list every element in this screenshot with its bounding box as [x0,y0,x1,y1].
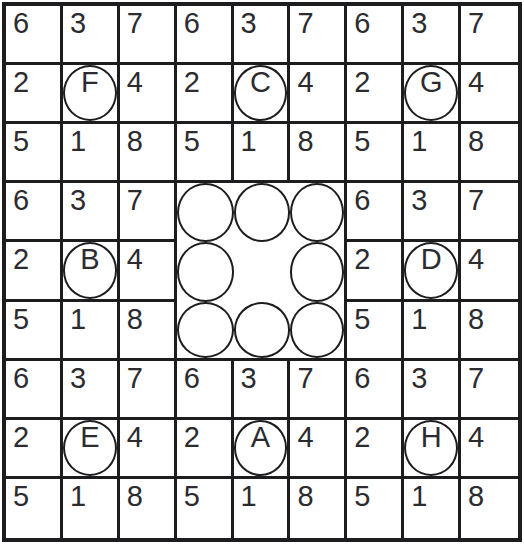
cell-number: 5 [354,127,370,156]
circle-letter: G [404,68,458,97]
empty-circle [290,302,344,358]
cell-number: 8 [297,482,313,511]
cell-r6c5 [234,302,291,361]
cell-r8c4: 2 [177,420,234,479]
cell-r7c6: 7 [290,361,347,420]
circle-letter: E [63,423,117,452]
cell-number: 4 [468,68,484,97]
cell-number: 5 [184,482,200,511]
cell-number: 1 [241,482,257,511]
cell-number: 3 [241,364,257,393]
cell-r3c9: 8 [461,124,518,183]
cell-number: 3 [70,186,86,215]
cell-number: 3 [411,9,427,38]
cell-number: 8 [297,127,313,156]
cell-number: 2 [354,68,370,97]
cell-r8c7: 2 [347,420,404,479]
empty-circle [177,242,234,301]
cell-r4c4 [177,183,234,242]
cell-r7c4: 6 [177,361,234,420]
cell-r1c5: 3 [234,6,291,65]
cell-r8c5: A [234,420,291,479]
cell-r9c4: 5 [177,479,234,538]
cell-r9c3: 8 [120,479,177,538]
cell-r6c2: 1 [63,302,120,361]
cell-number: 6 [184,364,200,393]
cell-r5c8: D [404,242,461,301]
cell-r6c6 [290,302,347,361]
cell-number: 8 [127,305,143,334]
cell-number: 6 [13,186,29,215]
cell-number: 7 [127,364,143,393]
cell-r2c7: 2 [347,65,404,124]
cell-number: 1 [411,482,427,511]
cell-r8c8: H [404,420,461,479]
cell-number: 5 [13,305,29,334]
cell-r8c1: 2 [6,420,63,479]
cell-r5c3: 4 [120,242,177,301]
cell-r4c1: 6 [6,183,63,242]
cell-r3c8: 1 [404,124,461,183]
cell-r4c6 [290,183,347,242]
cell-r2c8: G [404,65,461,124]
circle-letter: H [404,423,458,452]
cell-r4c5 [234,183,291,242]
cell-number: 7 [297,364,313,393]
cell-number: 6 [13,9,29,38]
cell-number: 8 [127,127,143,156]
cell-number: 5 [354,305,370,334]
cell-number: 1 [70,127,86,156]
cell-r3c2: 1 [63,124,120,183]
cell-number: 7 [127,186,143,215]
cell-r2c2: F [63,65,120,124]
cell-number: 4 [468,423,484,452]
cell-number: 5 [354,482,370,511]
cell-r9c6: 8 [290,479,347,538]
cell-number: 7 [468,364,484,393]
cell-r6c7: 5 [347,302,404,361]
cell-r4c7: 6 [347,183,404,242]
empty-circle [177,302,234,358]
cell-r3c4: 5 [177,124,234,183]
cell-number: 6 [354,9,370,38]
cell-number: 1 [70,482,86,511]
cell-r2c4: 2 [177,65,234,124]
cell-r7c7: 6 [347,361,404,420]
empty-circle [177,183,234,242]
empty-circle [290,183,344,242]
cell-r7c5: 3 [234,361,291,420]
cell-number: 6 [354,364,370,393]
cell-r3c6: 8 [290,124,347,183]
cell-r8c2: E [63,420,120,479]
cell-number: 6 [13,364,29,393]
cell-r9c1: 5 [6,479,63,538]
circle-letter: A [234,423,288,452]
cell-r5c2: B [63,242,120,301]
cell-number: 3 [70,364,86,393]
cell-r9c2: 1 [63,479,120,538]
cell-r1c9: 7 [461,6,518,65]
cell-number: 7 [127,9,143,38]
cell-r7c8: 3 [404,361,461,420]
cell-number: 5 [184,127,200,156]
cell-number: 2 [354,423,370,452]
cell-r9c8: 1 [404,479,461,538]
cell-number: 2 [13,423,29,452]
cell-r9c7: 5 [347,479,404,538]
cell-number: 5 [13,482,29,511]
cell-r2c1: 2 [6,65,63,124]
cell-r5c5 [234,242,291,301]
cell-r2c9: 4 [461,65,518,124]
empty-circle [234,183,291,242]
cell-number: 3 [411,364,427,393]
cell-number: 2 [184,68,200,97]
cell-number: 1 [411,127,427,156]
cell-number: 1 [70,305,86,334]
cell-r4c9: 7 [461,183,518,242]
cell-number: 4 [127,423,143,452]
cell-number: 1 [241,127,257,156]
cell-r8c6: 4 [290,420,347,479]
cell-r3c7: 5 [347,124,404,183]
empty-circle [290,242,344,301]
cell-r4c2: 3 [63,183,120,242]
cell-r6c4 [177,302,234,361]
cell-number: 7 [468,9,484,38]
cell-r4c8: 3 [404,183,461,242]
cell-r5c4 [177,242,234,301]
cell-r1c4: 6 [177,6,234,65]
cell-r6c1: 5 [6,302,63,361]
cell-r6c3: 8 [120,302,177,361]
cell-r7c1: 6 [6,361,63,420]
puzzle-board: 6376376372F42C42G45185185186376372B42D45… [2,2,522,542]
cell-r7c2: 3 [63,361,120,420]
cell-number: 5 [13,127,29,156]
cell-number: 4 [297,68,313,97]
cell-number: 7 [468,186,484,215]
cell-number: 4 [127,245,143,274]
cell-r1c1: 6 [6,6,63,65]
cell-r7c3: 7 [120,361,177,420]
cell-number: 3 [241,9,257,38]
cell-number: 6 [354,186,370,215]
cell-number: 3 [411,186,427,215]
cell-r8c3: 4 [120,420,177,479]
cell-r9c9: 8 [461,479,518,538]
cell-r4c3: 7 [120,183,177,242]
cell-r6c9: 8 [461,302,518,361]
cell-r3c3: 8 [120,124,177,183]
cell-r9c5: 1 [234,479,291,538]
cell-r2c5: C [234,65,291,124]
cell-r3c5: 1 [234,124,291,183]
cell-r2c3: 4 [120,65,177,124]
circle-letter: C [234,68,288,97]
circle-letter: B [63,245,117,274]
cell-number: 4 [127,68,143,97]
cell-number: 8 [468,482,484,511]
cell-number: 8 [468,305,484,334]
cell-r1c3: 7 [120,6,177,65]
cell-r1c6: 7 [290,6,347,65]
cell-r8c9: 4 [461,420,518,479]
cell-r6c8: 1 [404,302,461,361]
cell-number: 4 [468,245,484,274]
cell-r2c6: 4 [290,65,347,124]
cell-number: 6 [184,9,200,38]
cell-number: 2 [184,423,200,452]
cell-r5c9: 4 [461,242,518,301]
cell-number: 4 [297,423,313,452]
cell-number: 8 [127,482,143,511]
cell-number: 2 [354,245,370,274]
cell-r5c7: 2 [347,242,404,301]
circle-letter: D [404,245,458,274]
cell-number: 2 [13,245,29,274]
cell-r1c7: 6 [347,6,404,65]
cell-r5c6 [290,242,347,301]
cell-number: 3 [70,9,86,38]
circle-letter: F [63,68,117,97]
cell-r1c8: 3 [404,6,461,65]
cell-number: 7 [297,9,313,38]
cell-r1c2: 3 [63,6,120,65]
cell-r7c9: 7 [461,361,518,420]
cell-r5c1: 2 [6,242,63,301]
cell-r3c1: 5 [6,124,63,183]
cell-number: 2 [13,68,29,97]
cell-number: 1 [411,305,427,334]
empty-circle [234,302,291,358]
cell-number: 8 [468,127,484,156]
